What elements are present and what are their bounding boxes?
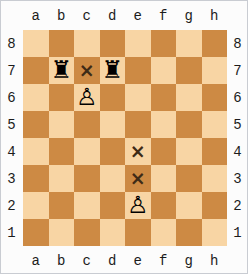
square-e4: × (125, 138, 151, 165)
square-h4 (202, 138, 228, 165)
board: ♜×♜♙××♙ (23, 30, 227, 246)
square-g5 (176, 111, 202, 138)
square-a6 (23, 84, 49, 111)
rank-label: 8 (227, 30, 248, 57)
file-label: f (151, 3, 177, 28)
rank-label: 7 (1, 57, 22, 84)
square-a1 (23, 219, 49, 246)
rank-label: 2 (1, 192, 22, 219)
square-b4 (49, 138, 75, 165)
square-e5 (125, 111, 151, 138)
square-g7 (176, 57, 202, 84)
square-c4 (74, 138, 100, 165)
rank-label: 1 (1, 219, 22, 246)
square-b5 (49, 111, 75, 138)
piece-white-pawn: ♙ (127, 193, 149, 217)
square-h1 (202, 219, 228, 246)
file-label: e (125, 248, 151, 273)
rank-label: 4 (1, 138, 22, 165)
square-f4 (151, 138, 177, 165)
square-h2 (202, 192, 228, 219)
square-g4 (176, 138, 202, 165)
rank-label: 6 (227, 84, 248, 111)
chess-diagram: abcdefgh abcdefgh 87654321 87654321 ♜×♜♙… (0, 0, 248, 274)
rank-label: 6 (1, 84, 22, 111)
square-a5 (23, 111, 49, 138)
square-d6 (100, 84, 126, 111)
square-f6 (151, 84, 177, 111)
piece-black-rook: ♜ (50, 58, 72, 82)
file-label: e (125, 3, 151, 28)
square-c1 (74, 219, 100, 246)
square-a2 (23, 192, 49, 219)
square-g1 (176, 219, 202, 246)
piece-white-pawn: ♙ (76, 85, 98, 109)
square-d4 (100, 138, 126, 165)
square-g6 (176, 84, 202, 111)
square-h5 (202, 111, 228, 138)
square-d2 (100, 192, 126, 219)
file-label: g (176, 248, 202, 273)
rank-labels-left: 87654321 (1, 30, 22, 246)
square-b1 (49, 219, 75, 246)
move-marker-x: × (79, 61, 95, 80)
square-a3 (23, 165, 49, 192)
square-c7: × (74, 57, 100, 84)
file-label: b (49, 3, 75, 28)
square-e7 (125, 57, 151, 84)
rank-label: 3 (1, 165, 22, 192)
file-label: d (100, 3, 126, 28)
rank-label: 7 (227, 57, 248, 84)
piece-black-rook: ♜ (101, 58, 123, 82)
rank-label: 8 (1, 30, 22, 57)
square-b7: ♜ (49, 57, 75, 84)
square-f3 (151, 165, 177, 192)
file-label: c (74, 3, 100, 28)
square-g3 (176, 165, 202, 192)
rank-label: 5 (1, 111, 22, 138)
square-c6: ♙ (74, 84, 100, 111)
square-f5 (151, 111, 177, 138)
square-b8 (49, 30, 75, 57)
square-f2 (151, 192, 177, 219)
square-d8 (100, 30, 126, 57)
square-f8 (151, 30, 177, 57)
rank-label: 2 (227, 192, 248, 219)
square-e1 (125, 219, 151, 246)
square-f7 (151, 57, 177, 84)
square-d5 (100, 111, 126, 138)
square-d3 (100, 165, 126, 192)
square-c8 (74, 30, 100, 57)
square-b3 (49, 165, 75, 192)
file-labels-bottom: abcdefgh (23, 248, 227, 273)
square-a8 (23, 30, 49, 57)
square-d1 (100, 219, 126, 246)
square-e8 (125, 30, 151, 57)
square-a7 (23, 57, 49, 84)
square-c5 (74, 111, 100, 138)
square-h8 (202, 30, 228, 57)
square-e3: × (125, 165, 151, 192)
file-label: c (74, 248, 100, 273)
square-e6 (125, 84, 151, 111)
file-label: f (151, 248, 177, 273)
square-h3 (202, 165, 228, 192)
file-labels-top: abcdefgh (23, 3, 227, 28)
file-label: g (176, 3, 202, 28)
rank-label: 4 (227, 138, 248, 165)
square-c2 (74, 192, 100, 219)
rank-label: 1 (227, 219, 248, 246)
square-b6 (49, 84, 75, 111)
rank-label: 3 (227, 165, 248, 192)
rank-labels-right: 87654321 (227, 30, 248, 246)
square-b2 (49, 192, 75, 219)
square-e2: ♙ (125, 192, 151, 219)
square-f1 (151, 219, 177, 246)
square-h7 (202, 57, 228, 84)
square-g8 (176, 30, 202, 57)
square-c3 (74, 165, 100, 192)
file-label: a (23, 3, 49, 28)
file-label: h (202, 3, 228, 28)
square-a4 (23, 138, 49, 165)
file-label: a (23, 248, 49, 273)
move-marker-x: × (130, 142, 146, 161)
file-label: h (202, 248, 228, 273)
file-label: b (49, 248, 75, 273)
rank-label: 5 (227, 111, 248, 138)
square-g2 (176, 192, 202, 219)
file-label: d (100, 248, 126, 273)
square-d7: ♜ (100, 57, 126, 84)
move-marker-x: × (130, 169, 146, 188)
square-h6 (202, 84, 228, 111)
